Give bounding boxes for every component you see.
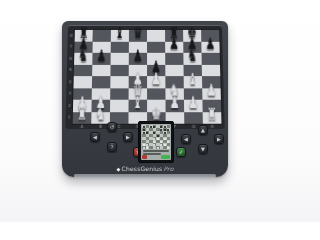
square-d3[interactable]: ♛ [129,88,147,100]
square-g2[interactable]: ♟ [184,100,203,112]
square-e7[interactable] [147,41,165,52]
file-label-a: A [73,125,92,129]
square-c4[interactable] [110,76,128,88]
square-b5[interactable] [92,64,110,76]
square-e2[interactable] [147,100,166,112]
rank-label-8: 8 [69,34,74,38]
lcd-move-line [143,150,169,152]
square-e6[interactable] [147,53,165,65]
lcd-bezel [138,121,174,163]
square-g6[interactable]: ♞ [183,53,201,65]
square-a8[interactable]: ♜ [75,30,93,41]
square-d4[interactable]: ♟ [129,76,147,88]
square-g7[interactable]: ♟ [183,41,201,52]
square-h1[interactable]: ♜ [203,112,222,124]
square-g4[interactable]: ♝ [184,76,203,88]
square-b3[interactable] [92,88,111,100]
square-a7[interactable]: ♟ [74,41,92,52]
square-a4[interactable] [74,76,93,88]
piece-black-rook: ♜ [79,25,89,40]
square-f8[interactable]: ♜ [165,30,183,41]
nav-down-button[interactable]: ▼ [198,144,208,154]
square-e3[interactable] [147,88,165,100]
square-b7[interactable] [93,41,111,52]
square-h4[interactable] [202,76,221,88]
square-b8[interactable] [93,30,111,41]
square-a3[interactable] [73,88,92,100]
square-g8[interactable]: ♚ [183,30,201,41]
square-a2[interactable]: ♟ [73,100,92,112]
square-f6[interactable] [165,53,183,65]
square-f4[interactable] [165,76,183,88]
square-c3[interactable] [110,88,129,100]
square-b4[interactable] [92,76,111,88]
square-h5[interactable] [202,64,221,76]
rank-label-6: 6 [68,57,73,61]
square-d8[interactable]: ♛ [129,30,147,41]
rank-label-3: 3 [67,92,72,96]
lcd-piece-dot [157,147,159,149]
brand-diamond-icon: ◆ [116,166,120,172]
lcd-piece-dot [167,147,169,149]
square-e5[interactable]: ♟ [147,64,165,76]
square-a1[interactable]: ♜ [73,112,92,124]
chess-computer: 87654321 ♜♝♛♜♚♟♟♟♟♞♟♟♞♟♟♟♝♛♞♟♟♟♝♟♟♜♞♚♜ A… [62,21,228,177]
square-d2[interactable]: ♝ [129,100,148,112]
square-c7[interactable] [111,41,129,52]
takeback-button[interactable]: ↺ [107,122,117,132]
square-c5[interactable] [110,64,128,76]
lcd-board [142,125,170,149]
nav-left-button[interactable]: ◀ [90,132,100,142]
rank-label-2: 2 [67,104,72,108]
square-g3[interactable] [184,88,203,100]
square-f7[interactable]: ♟ [165,41,183,52]
square-g1[interactable] [184,112,203,124]
help-button[interactable]: ? [107,142,117,152]
square-h8[interactable] [201,30,219,41]
lcd-piece-dot [146,147,148,149]
brand-name: ChessGenius [122,165,163,172]
rank-label-4: 4 [67,80,72,84]
lcd-ok-label [161,155,170,159]
nav-right-button[interactable]: ▶ [123,132,133,142]
square-f5[interactable] [165,64,183,76]
piece-black-queen: ♛ [133,25,143,40]
device-base [74,174,216,180]
square-h6[interactable] [202,53,220,65]
lcd-square [167,146,171,149]
square-d5[interactable] [129,64,147,76]
square-f3[interactable]: ♞ [165,88,184,100]
square-h3[interactable]: ♟ [202,88,221,100]
square-h2[interactable] [202,100,221,112]
square-c6[interactable] [111,53,129,65]
rank-label-7: 7 [68,45,73,49]
square-e8[interactable] [147,30,165,41]
nav-up-button[interactable]: ▲ [198,125,208,135]
square-e4[interactable]: ♟ [147,76,165,88]
square-d7[interactable] [129,41,147,52]
square-d6[interactable]: ♟ [129,53,147,65]
square-f2[interactable]: ♟ [166,100,185,112]
rank-label-5: 5 [68,68,73,72]
piece-black-rook: ♜ [169,25,179,40]
square-b6[interactable]: ♟ [92,53,110,65]
confirm-button[interactable]: ✓ [176,147,186,157]
brand-logo: ◆ChessGeniusPro [62,165,228,173]
menu-right-button[interactable]: ▶ [214,134,224,144]
lcd-cancel-label [142,155,147,159]
square-g5[interactable] [184,64,202,76]
lcd-piece-dot [143,147,145,149]
square-c8[interactable]: ♝ [111,30,129,41]
piece-black-king: ♚ [187,25,197,40]
menu-left-button[interactable]: ◀ [181,134,191,144]
lcd-screen [141,124,171,160]
board-frame: 87654321 ♜♝♛♜♚♟♟♟♟♞♟♟♞♟♟♟♝♛♞♟♟♟♝♟♟♜♞♚♜ A… [65,25,224,129]
square-a6[interactable]: ♞ [74,53,92,65]
brand-model: Pro [163,165,173,172]
square-a5[interactable] [74,64,93,76]
rank-label-1: 1 [67,116,72,120]
square-b2[interactable]: ♟ [91,100,110,112]
square-h7[interactable]: ♟ [201,41,219,52]
chess-board: ♜♝♛♜♚♟♟♟♟♞♟♟♞♟♟♟♝♛♞♟♟♟♝♟♟♜♞♚♜ [73,30,222,124]
piece-black-bishop: ♝ [115,25,125,40]
square-c2[interactable] [110,100,129,112]
